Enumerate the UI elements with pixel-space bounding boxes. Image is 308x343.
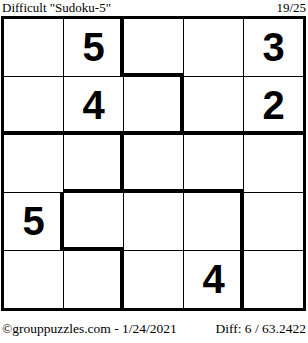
puzzle-title: Difficult "Sudoku-5" [2, 1, 111, 15]
cell-r1c5[interactable]: 3 [244, 19, 303, 76]
cell-r3c1[interactable] [4, 135, 63, 192]
cell-r5c4[interactable]: 4 [184, 251, 243, 308]
header: Difficult "Sudoku-5" 19/25 [0, 0, 308, 16]
cell-r3c3[interactable] [124, 135, 183, 192]
copyright-text: ©grouppuzzles.com - 1/24/2021 [2, 321, 177, 337]
cell-r4c1[interactable]: 5 [4, 193, 63, 250]
cell-r4c3[interactable] [124, 193, 183, 250]
cell-r2c1[interactable] [4, 77, 63, 134]
cell-r5c3[interactable] [124, 251, 183, 308]
cell-r4c5[interactable] [244, 193, 303, 250]
difficulty-text: Diff: 6 / 63.2422 [216, 321, 307, 337]
cell-r2c3[interactable] [124, 77, 183, 134]
sudoku-grid: 534254 [1, 16, 306, 311]
cell-r5c5[interactable] [244, 251, 303, 308]
cell-r3c4[interactable] [184, 135, 243, 192]
cell-r1c4[interactable] [184, 19, 243, 76]
cell-r2c2[interactable]: 4 [64, 77, 123, 134]
cell-r2c4[interactable] [184, 77, 243, 134]
cell-r2c5[interactable]: 2 [244, 77, 303, 134]
cell-r4c4[interactable] [184, 193, 243, 250]
puzzle-page: Difficult "Sudoku-5" 19/25 534254 ©group… [0, 0, 308, 343]
cell-r5c1[interactable] [4, 251, 63, 308]
cell-r5c2[interactable] [64, 251, 123, 308]
cell-r1c2[interactable]: 5 [64, 19, 123, 76]
cell-r4c2[interactable] [64, 193, 123, 250]
cell-r1c3[interactable] [124, 19, 183, 76]
footer: ©grouppuzzles.com - 1/24/2021 Diff: 6 / … [0, 321, 308, 337]
cell-r3c2[interactable] [64, 135, 123, 192]
puzzle-counter: 19/25 [276, 1, 306, 15]
cell-r3c5[interactable] [244, 135, 303, 192]
cell-r1c1[interactable] [4, 19, 63, 76]
